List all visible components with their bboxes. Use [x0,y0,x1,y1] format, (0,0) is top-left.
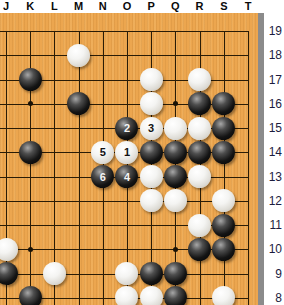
intersection-S13[interactable] [212,164,236,188]
row-labels: 1918171615141312111098 [264,13,284,305]
intersection-N16[interactable] [91,92,115,116]
intersection-L8[interactable] [42,286,66,305]
stone-black-S14 [212,141,235,164]
go-board[interactable]: 235164 [0,13,258,305]
intersection-R19[interactable] [187,19,211,43]
stone-black-S15 [212,117,235,140]
intersection-Q14[interactable] [163,140,187,164]
stone-white-R13 [188,165,211,188]
intersection-R18[interactable] [187,43,211,67]
stone-white-P12 [140,189,163,212]
intersection-P10[interactable] [139,237,163,261]
intersection-Q12[interactable] [163,189,187,213]
column-label-O: O [123,0,132,13]
intersection-S12[interactable] [212,189,236,213]
stone-white-O14: 1 [115,141,138,164]
intersection-N14[interactable]: 5 [91,140,115,164]
row-label-8: 8 [275,292,282,304]
row-label-9: 9 [275,268,282,280]
stone-black-Q9 [164,262,187,285]
intersection-L15[interactable] [42,116,66,140]
intersection-M14[interactable] [66,140,90,164]
stone-black-K17 [19,68,42,91]
intersection-K17[interactable] [18,67,42,91]
intersection-M17[interactable] [66,67,90,91]
star-point-Q10 [173,247,178,252]
intersection-T9[interactable] [236,262,260,286]
intersection-L11[interactable] [42,213,66,237]
intersection-K9[interactable] [18,262,42,286]
intersection-K18[interactable] [18,43,42,67]
intersection-O10[interactable] [115,237,139,261]
intersection-N13[interactable]: 6 [91,164,115,188]
stone-white-R11 [188,214,211,237]
intersection-L19[interactable] [42,19,66,43]
intersection-T15[interactable] [236,116,260,140]
intersection-Q11[interactable] [163,213,187,237]
intersection-M16[interactable] [66,92,90,116]
intersection-P13[interactable] [139,164,163,188]
intersection-S19[interactable] [212,19,236,43]
intersection-L18[interactable] [42,43,66,67]
stone-white-P16 [140,92,163,115]
star-point-Q16 [173,101,178,106]
stone-white-Q12 [164,189,187,212]
intersection-P8[interactable] [139,286,163,305]
intersection-M18[interactable] [66,43,90,67]
column-label-S: S [220,0,227,13]
intersection-L13[interactable] [42,164,66,188]
intersection-M15[interactable] [66,116,90,140]
column-label-J: J [3,0,9,13]
stone-white-L9 [43,262,66,285]
intersection-O17[interactable] [115,67,139,91]
intersection-T18[interactable] [236,43,260,67]
intersection-N15[interactable] [91,116,115,140]
column-labels: JKLMNOPQRST [0,0,284,13]
row-label-15: 15 [269,122,282,134]
intersection-N9[interactable] [91,262,115,286]
intersection-O15[interactable]: 2 [115,116,139,140]
intersection-P12[interactable] [139,189,163,213]
intersection-L14[interactable] [42,140,66,164]
stone-black-J9 [0,262,18,285]
stone-black-R16 [188,92,211,115]
intersection-J15[interactable] [0,116,18,140]
row-label-13: 13 [269,171,282,183]
column-label-L: L [51,0,58,13]
stone-white-J10 [0,238,18,261]
intersection-T19[interactable] [236,19,260,43]
intersection-M9[interactable] [66,262,90,286]
intersection-K16[interactable] [18,92,42,116]
intersection-P11[interactable] [139,213,163,237]
stone-white-S8 [212,286,235,305]
intersection-Q17[interactable] [163,67,187,91]
intersection-R15[interactable] [187,116,211,140]
intersection-K11[interactable] [18,213,42,237]
move-number-6: 6 [100,171,106,183]
column-label-Q: Q [171,0,180,13]
intersection-J19[interactable] [0,19,18,43]
intersection-L9[interactable] [42,262,66,286]
intersection-R16[interactable] [187,92,211,116]
intersection-J18[interactable] [0,43,18,67]
stone-white-R17 [188,68,211,91]
intersection-J14[interactable] [0,140,18,164]
intersection-N18[interactable] [91,43,115,67]
intersection-O9[interactable] [115,262,139,286]
intersection-K15[interactable] [18,116,42,140]
stone-white-P8 [140,286,163,305]
intersection-N10[interactable] [91,237,115,261]
intersection-J17[interactable] [0,67,18,91]
intersection-M19[interactable] [66,19,90,43]
intersection-S11[interactable] [212,213,236,237]
star-point-K16 [28,101,33,106]
stone-black-M16 [67,92,90,115]
intersection-Q16[interactable] [163,92,187,116]
stone-white-N14: 5 [91,141,114,164]
intersection-K12[interactable] [18,189,42,213]
intersection-S16[interactable] [212,92,236,116]
move-number-3: 3 [148,122,154,134]
intersection-P14[interactable] [139,140,163,164]
move-number-1: 1 [124,146,130,158]
column-label-P: P [148,0,155,13]
intersection-M10[interactable] [66,237,90,261]
intersection-N17[interactable] [91,67,115,91]
intersection-K14[interactable] [18,140,42,164]
intersection-R10[interactable] [187,237,211,261]
intersection-T10[interactable] [236,237,260,261]
column-label-T: T [245,0,252,13]
stone-black-R10 [188,238,211,261]
intersection-T8[interactable] [236,286,260,305]
intersection-R9[interactable] [187,262,211,286]
stone-black-S11 [212,214,235,237]
intersection-O19[interactable] [115,19,139,43]
stone-black-S10 [212,238,235,261]
intersection-Q18[interactable] [163,43,187,67]
stone-white-Q15 [164,117,187,140]
intersection-Q13[interactable] [163,164,187,188]
column-label-R: R [196,0,204,13]
intersection-R14[interactable] [187,140,211,164]
stone-black-Q8 [164,286,187,305]
intersection-T13[interactable] [236,164,260,188]
intersection-M8[interactable] [66,286,90,305]
intersection-grid: 235164 [0,19,260,305]
intersection-T11[interactable] [236,213,260,237]
intersection-S8[interactable] [212,286,236,305]
intersection-M12[interactable] [66,189,90,213]
intersection-K13[interactable] [18,164,42,188]
intersection-O18[interactable] [115,43,139,67]
stone-black-K8 [19,286,42,305]
stone-white-O8 [115,286,138,305]
row-label-10: 10 [269,243,282,255]
stone-black-Q14 [164,141,187,164]
intersection-J12[interactable] [0,189,18,213]
intersection-P19[interactable] [139,19,163,43]
row-label-12: 12 [269,195,282,207]
row-label-18: 18 [269,49,282,61]
intersection-P17[interactable] [139,67,163,91]
intersection-J9[interactable] [0,262,18,286]
move-number-5: 5 [100,146,106,158]
intersection-N8[interactable] [91,286,115,305]
intersection-S9[interactable] [212,262,236,286]
move-number-2: 2 [124,122,130,134]
intersection-P18[interactable] [139,43,163,67]
intersection-O16[interactable] [115,92,139,116]
intersection-P9[interactable] [139,262,163,286]
stone-white-P15: 3 [140,117,163,140]
intersection-O12[interactable] [115,189,139,213]
row-label-11: 11 [270,219,282,231]
row-label-19: 19 [269,25,282,37]
intersection-S14[interactable] [212,140,236,164]
intersection-N19[interactable] [91,19,115,43]
column-label-N: N [99,0,107,13]
intersection-S18[interactable] [212,43,236,67]
stone-white-O9 [115,262,138,285]
row-label-17: 17 [269,74,282,86]
intersection-Q10[interactable] [163,237,187,261]
stone-white-P17 [140,68,163,91]
intersection-O14[interactable]: 1 [115,140,139,164]
intersection-O13[interactable]: 4 [115,164,139,188]
intersection-R11[interactable] [187,213,211,237]
intersection-M13[interactable] [66,164,90,188]
star-point-K10 [28,247,33,252]
intersection-K19[interactable] [18,19,42,43]
intersection-P16[interactable] [139,92,163,116]
intersection-Q9[interactable] [163,262,187,286]
intersection-L16[interactable] [42,92,66,116]
stone-black-Q13 [164,165,187,188]
stone-white-P13 [140,165,163,188]
intersection-S10[interactable] [212,237,236,261]
intersection-T17[interactable] [236,67,260,91]
intersection-R13[interactable] [187,164,211,188]
column-label-K: K [26,0,34,13]
intersection-P15[interactable]: 3 [139,116,163,140]
intersection-R12[interactable] [187,189,211,213]
intersection-S15[interactable] [212,116,236,140]
intersection-Q8[interactable] [163,286,187,305]
intersection-L10[interactable] [42,237,66,261]
intersection-O8[interactable] [115,286,139,305]
intersection-N12[interactable] [91,189,115,213]
row-label-16: 16 [269,98,282,110]
move-number-4: 4 [124,171,130,183]
stone-white-M18 [67,44,90,67]
intersection-T14[interactable] [236,140,260,164]
column-label-M: M [74,0,83,13]
intersection-J11[interactable] [0,213,18,237]
intersection-N11[interactable] [91,213,115,237]
stone-black-K14 [19,141,42,164]
row-label-14: 14 [269,146,282,158]
go-game-screenshot: JKLMNOPQRST 235164 191817161514131211109… [0,0,284,305]
intersection-Q15[interactable] [163,116,187,140]
stone-white-S12 [212,189,235,212]
intersection-T16[interactable] [236,92,260,116]
stone-black-N13: 6 [91,165,114,188]
intersection-K10[interactable] [18,237,42,261]
stone-black-S16 [212,92,235,115]
intersection-O11[interactable] [115,213,139,237]
intersection-T12[interactable] [236,189,260,213]
stone-white-R15 [188,117,211,140]
intersection-L17[interactable] [42,67,66,91]
stone-black-O13: 4 [115,165,138,188]
intersection-J8[interactable] [0,286,18,305]
intersection-R17[interactable] [187,67,211,91]
intersection-J16[interactable] [0,92,18,116]
intersection-J13[interactable] [0,164,18,188]
intersection-K8[interactable] [18,286,42,305]
stone-black-P9 [140,262,163,285]
stone-black-O15: 2 [115,117,138,140]
intersection-M11[interactable] [66,213,90,237]
stone-black-P14 [140,141,163,164]
intersection-L12[interactable] [42,189,66,213]
stone-black-R14 [188,141,211,164]
intersection-Q19[interactable] [163,19,187,43]
intersection-S17[interactable] [212,67,236,91]
intersection-R8[interactable] [187,286,211,305]
intersection-J10[interactable] [0,237,18,261]
